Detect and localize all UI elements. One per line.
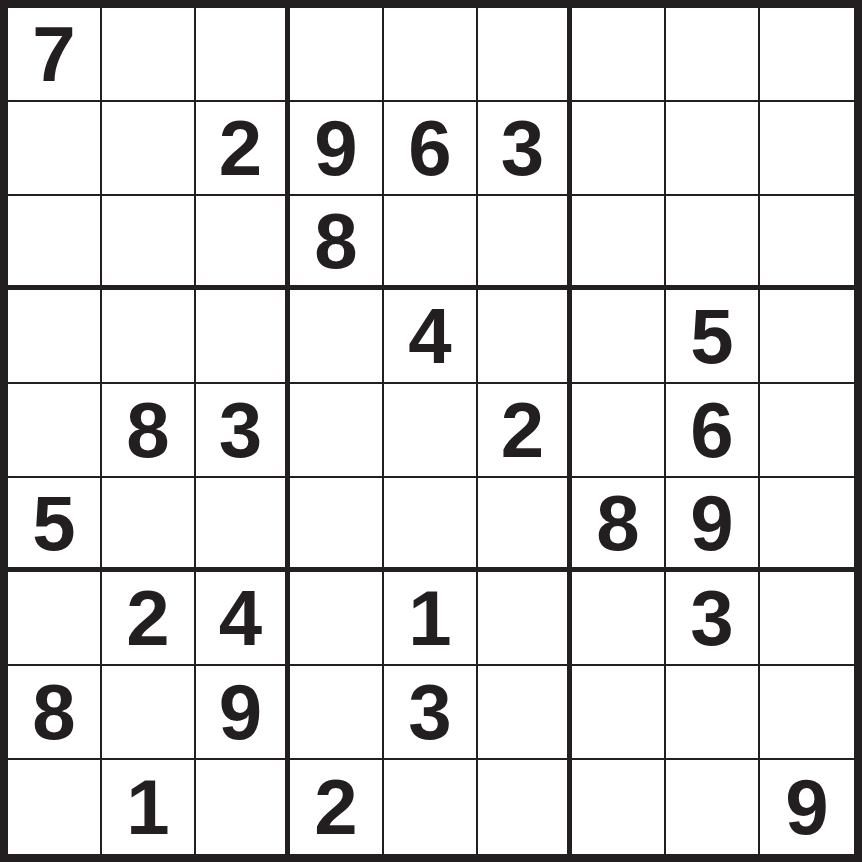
cell-r8c5[interactable]: 3 bbox=[384, 666, 478, 760]
cell-r6c3[interactable] bbox=[196, 478, 290, 572]
cell-r4c4[interactable] bbox=[290, 290, 384, 384]
cell-r7c3[interactable]: 4 bbox=[196, 572, 290, 666]
cell-r8c8[interactable] bbox=[666, 666, 760, 760]
cell-r3c5[interactable] bbox=[384, 196, 478, 290]
cell-r1c5[interactable] bbox=[384, 8, 478, 102]
sudoku-board: 7296384583265892413893129 bbox=[0, 0, 862, 862]
cell-r4c5[interactable]: 4 bbox=[384, 290, 478, 384]
cell-r2c3[interactable]: 2 bbox=[196, 102, 290, 196]
cell-r4c6[interactable] bbox=[478, 290, 572, 384]
cell-r4c7[interactable] bbox=[572, 290, 666, 384]
cell-r2c8[interactable] bbox=[666, 102, 760, 196]
cell-r2c9[interactable] bbox=[760, 102, 854, 196]
cell-r8c7[interactable] bbox=[572, 666, 666, 760]
cell-r5c7[interactable] bbox=[572, 384, 666, 478]
cell-r1c7[interactable] bbox=[572, 8, 666, 102]
cell-r6c9[interactable] bbox=[760, 478, 854, 572]
cell-r7c8[interactable]: 3 bbox=[666, 572, 760, 666]
cell-r3c1[interactable] bbox=[8, 196, 102, 290]
cell-r8c3[interactable]: 9 bbox=[196, 666, 290, 760]
cell-r7c6[interactable] bbox=[478, 572, 572, 666]
cell-r8c9[interactable] bbox=[760, 666, 854, 760]
cell-r6c7[interactable]: 8 bbox=[572, 478, 666, 572]
cell-r9c9[interactable]: 9 bbox=[760, 760, 854, 854]
cell-r8c2[interactable] bbox=[102, 666, 196, 760]
cell-r9c7[interactable] bbox=[572, 760, 666, 854]
cell-r9c1[interactable] bbox=[8, 760, 102, 854]
cell-r1c6[interactable] bbox=[478, 8, 572, 102]
cell-r5c3[interactable]: 3 bbox=[196, 384, 290, 478]
cell-r5c8[interactable]: 6 bbox=[666, 384, 760, 478]
cell-r9c8[interactable] bbox=[666, 760, 760, 854]
cell-r7c5[interactable]: 1 bbox=[384, 572, 478, 666]
cell-r6c4[interactable] bbox=[290, 478, 384, 572]
cell-r1c9[interactable] bbox=[760, 8, 854, 102]
cell-r4c8[interactable]: 5 bbox=[666, 290, 760, 384]
cell-r3c4[interactable]: 8 bbox=[290, 196, 384, 290]
cell-r4c1[interactable] bbox=[8, 290, 102, 384]
cell-r1c8[interactable] bbox=[666, 8, 760, 102]
cell-r4c2[interactable] bbox=[102, 290, 196, 384]
cell-r6c2[interactable] bbox=[102, 478, 196, 572]
cell-r4c3[interactable] bbox=[196, 290, 290, 384]
cell-r8c4[interactable] bbox=[290, 666, 384, 760]
cell-r3c3[interactable] bbox=[196, 196, 290, 290]
cell-r9c2[interactable]: 1 bbox=[102, 760, 196, 854]
cell-r2c4[interactable]: 9 bbox=[290, 102, 384, 196]
cell-r8c6[interactable] bbox=[478, 666, 572, 760]
cell-r3c8[interactable] bbox=[666, 196, 760, 290]
cell-r5c4[interactable] bbox=[290, 384, 384, 478]
cell-r2c1[interactable] bbox=[8, 102, 102, 196]
cell-r2c6[interactable]: 3 bbox=[478, 102, 572, 196]
cell-r6c1[interactable]: 5 bbox=[8, 478, 102, 572]
cell-r9c3[interactable] bbox=[196, 760, 290, 854]
cell-r2c7[interactable] bbox=[572, 102, 666, 196]
cell-r9c5[interactable] bbox=[384, 760, 478, 854]
cell-r6c8[interactable]: 9 bbox=[666, 478, 760, 572]
cell-r7c1[interactable] bbox=[8, 572, 102, 666]
cell-r6c5[interactable] bbox=[384, 478, 478, 572]
cell-r2c2[interactable] bbox=[102, 102, 196, 196]
cell-r3c6[interactable] bbox=[478, 196, 572, 290]
cell-r1c3[interactable] bbox=[196, 8, 290, 102]
cell-r2c5[interactable]: 6 bbox=[384, 102, 478, 196]
cell-r7c4[interactable] bbox=[290, 572, 384, 666]
cell-r3c9[interactable] bbox=[760, 196, 854, 290]
cell-r1c2[interactable] bbox=[102, 8, 196, 102]
cell-r9c4[interactable]: 2 bbox=[290, 760, 384, 854]
cell-r7c9[interactable] bbox=[760, 572, 854, 666]
cell-r3c2[interactable] bbox=[102, 196, 196, 290]
cell-r7c7[interactable] bbox=[572, 572, 666, 666]
cell-r4c9[interactable] bbox=[760, 290, 854, 384]
cell-r3c7[interactable] bbox=[572, 196, 666, 290]
cell-r5c9[interactable] bbox=[760, 384, 854, 478]
cell-r9c6[interactable] bbox=[478, 760, 572, 854]
cell-r5c2[interactable]: 8 bbox=[102, 384, 196, 478]
cell-r1c1[interactable]: 7 bbox=[8, 8, 102, 102]
cell-r5c1[interactable] bbox=[8, 384, 102, 478]
cell-r5c6[interactable]: 2 bbox=[478, 384, 572, 478]
cell-r7c2[interactable]: 2 bbox=[102, 572, 196, 666]
cell-r6c6[interactable] bbox=[478, 478, 572, 572]
cell-r1c4[interactable] bbox=[290, 8, 384, 102]
cell-r8c1[interactable]: 8 bbox=[8, 666, 102, 760]
cell-r5c5[interactable] bbox=[384, 384, 478, 478]
